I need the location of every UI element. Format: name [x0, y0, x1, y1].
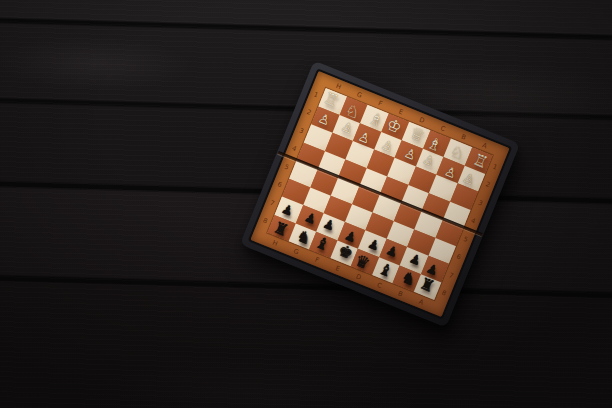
piece-white-pawn[interactable]: ♙ — [380, 137, 396, 153]
piece-white-pawn[interactable]: ♙ — [316, 111, 332, 127]
piece-black-bishop[interactable]: ♝ — [376, 261, 395, 281]
piece-black-pawn[interactable]: ♟ — [407, 252, 423, 268]
piece-white-pawn[interactable]: ♙ — [403, 146, 419, 162]
piece-black-queen[interactable]: ♛ — [353, 252, 372, 272]
piece-black-bishop[interactable]: ♝ — [313, 234, 332, 254]
piece-black-pawn[interactable]: ♟ — [321, 217, 337, 233]
piece-white-rook[interactable]: ♖ — [471, 151, 490, 171]
piece-black-pawn[interactable]: ♟ — [384, 243, 400, 259]
piece-white-queen[interactable]: ♕ — [408, 124, 427, 144]
piece-black-pawn[interactable]: ♟ — [303, 210, 319, 226]
piece-black-pawn[interactable]: ♟ — [280, 202, 296, 218]
piece-white-pawn[interactable]: ♙ — [461, 170, 477, 186]
piece-white-king[interactable]: ♔ — [385, 116, 404, 136]
piece-white-pawn[interactable]: ♙ — [421, 152, 437, 168]
piece-black-rook[interactable]: ♜ — [417, 275, 436, 295]
piece-white-knight[interactable]: ♘ — [448, 143, 467, 163]
piece-white-pawn[interactable]: ♙ — [340, 119, 356, 135]
photo-scene: HGFEDCBA HGFEDCBA 12345678 12345678 ♖♘♗♔… — [0, 0, 612, 408]
piece-black-rook[interactable]: ♜ — [271, 220, 290, 240]
piece-white-rook[interactable]: ♖ — [321, 89, 340, 109]
piece-black-king[interactable]: ♚ — [336, 242, 355, 262]
piece-white-pawn[interactable]: ♙ — [357, 129, 373, 145]
piece-white-pawn[interactable]: ♙ — [443, 164, 459, 180]
piece-black-pawn[interactable]: ♟ — [366, 237, 382, 253]
